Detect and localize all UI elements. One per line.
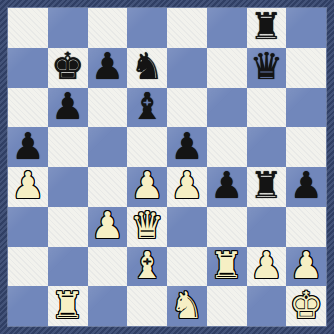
piece-white-pawn: ♟ — [250, 247, 283, 284]
piece-black-queen: ♛ — [250, 48, 283, 85]
piece-white-queen: ♛ — [131, 207, 164, 244]
square-d5[interactable] — [127, 127, 167, 167]
square-b1[interactable]: ♜ — [48, 286, 88, 326]
square-c5[interactable] — [88, 127, 128, 167]
square-f7[interactable] — [207, 48, 247, 88]
square-f3[interactable] — [207, 207, 247, 247]
square-f6[interactable] — [207, 88, 247, 128]
square-d8[interactable] — [127, 8, 167, 48]
square-b7[interactable]: ♚ — [48, 48, 88, 88]
chess-board: ♜♚♟♞♛♟♝♟♟♟♟♟♟♜♟♟♛♝♜♟♟♜♞♚ — [8, 8, 326, 326]
square-e4[interactable]: ♟ — [167, 167, 207, 207]
piece-white-knight: ♞ — [170, 287, 203, 324]
square-a6[interactable] — [8, 88, 48, 128]
square-e8[interactable] — [167, 8, 207, 48]
square-e7[interactable] — [167, 48, 207, 88]
square-e1[interactable]: ♞ — [167, 286, 207, 326]
square-g4[interactable]: ♜ — [247, 167, 287, 207]
piece-white-rook: ♜ — [210, 247, 243, 284]
piece-white-pawn: ♟ — [91, 207, 124, 244]
piece-white-pawn: ♟ — [11, 167, 44, 204]
square-g1[interactable] — [247, 286, 287, 326]
square-b4[interactable] — [48, 167, 88, 207]
piece-white-king: ♚ — [290, 287, 323, 324]
square-c3[interactable]: ♟ — [88, 207, 128, 247]
square-h4[interactable]: ♟ — [286, 167, 326, 207]
piece-black-bishop: ♝ — [131, 88, 164, 125]
square-c4[interactable] — [88, 167, 128, 207]
square-b5[interactable] — [48, 127, 88, 167]
square-a3[interactable] — [8, 207, 48, 247]
square-d2[interactable]: ♝ — [127, 247, 167, 287]
piece-white-rook: ♜ — [51, 287, 84, 324]
piece-black-king: ♚ — [51, 48, 84, 85]
square-e6[interactable] — [167, 88, 207, 128]
square-g2[interactable]: ♟ — [247, 247, 287, 287]
square-g6[interactable] — [247, 88, 287, 128]
piece-black-pawn: ♟ — [170, 128, 203, 165]
piece-white-pawn: ♟ — [170, 167, 203, 204]
square-e2[interactable] — [167, 247, 207, 287]
piece-black-pawn: ♟ — [91, 48, 124, 85]
square-g3[interactable] — [247, 207, 287, 247]
square-b2[interactable] — [48, 247, 88, 287]
square-a1[interactable] — [8, 286, 48, 326]
square-a5[interactable]: ♟ — [8, 127, 48, 167]
piece-black-pawn: ♟ — [11, 128, 44, 165]
square-c7[interactable]: ♟ — [88, 48, 128, 88]
square-a8[interactable] — [8, 8, 48, 48]
piece-black-pawn: ♟ — [210, 167, 243, 204]
square-h1[interactable]: ♚ — [286, 286, 326, 326]
square-e3[interactable] — [167, 207, 207, 247]
square-f1[interactable] — [207, 286, 247, 326]
square-h8[interactable] — [286, 8, 326, 48]
chess-board-frame: ♜♚♟♞♛♟♝♟♟♟♟♟♟♜♟♟♛♝♜♟♟♜♞♚ — [0, 0, 334, 334]
square-f8[interactable] — [207, 8, 247, 48]
square-g8[interactable]: ♜ — [247, 8, 287, 48]
square-f2[interactable]: ♜ — [207, 247, 247, 287]
square-h6[interactable] — [286, 88, 326, 128]
piece-white-pawn: ♟ — [290, 247, 323, 284]
square-d3[interactable]: ♛ — [127, 207, 167, 247]
square-a4[interactable]: ♟ — [8, 167, 48, 207]
square-b8[interactable] — [48, 8, 88, 48]
square-f5[interactable] — [207, 127, 247, 167]
square-h7[interactable] — [286, 48, 326, 88]
square-b3[interactable] — [48, 207, 88, 247]
square-c2[interactable] — [88, 247, 128, 287]
piece-black-pawn: ♟ — [290, 167, 323, 204]
square-a7[interactable] — [8, 48, 48, 88]
square-b6[interactable]: ♟ — [48, 88, 88, 128]
square-g7[interactable]: ♛ — [247, 48, 287, 88]
piece-white-pawn: ♟ — [131, 167, 164, 204]
square-d4[interactable]: ♟ — [127, 167, 167, 207]
square-c8[interactable] — [88, 8, 128, 48]
piece-white-bishop: ♝ — [131, 247, 164, 284]
square-h5[interactable] — [286, 127, 326, 167]
piece-black-pawn: ♟ — [51, 88, 84, 125]
square-f4[interactable]: ♟ — [207, 167, 247, 207]
piece-black-knight: ♞ — [131, 48, 164, 85]
piece-black-rook: ♜ — [250, 167, 283, 204]
square-g5[interactable] — [247, 127, 287, 167]
square-e5[interactable]: ♟ — [167, 127, 207, 167]
square-c6[interactable] — [88, 88, 128, 128]
square-d7[interactable]: ♞ — [127, 48, 167, 88]
square-d6[interactable]: ♝ — [127, 88, 167, 128]
square-h3[interactable] — [286, 207, 326, 247]
piece-black-rook: ♜ — [250, 8, 283, 45]
square-c1[interactable] — [88, 286, 128, 326]
square-a2[interactable] — [8, 247, 48, 287]
square-h2[interactable]: ♟ — [286, 247, 326, 287]
square-d1[interactable] — [127, 286, 167, 326]
